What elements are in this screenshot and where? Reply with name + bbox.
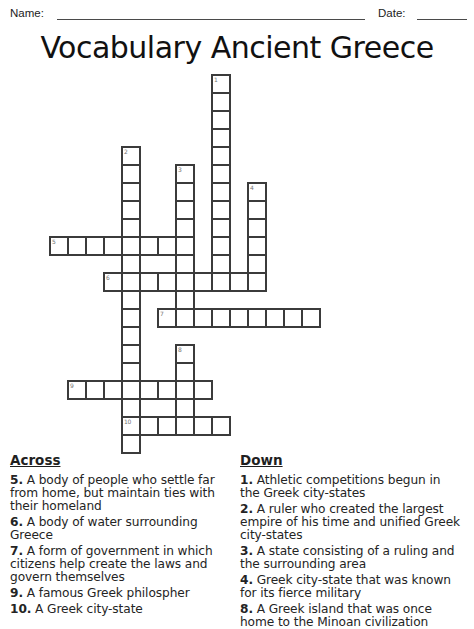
- grid-cell[interactable]: [175, 416, 195, 436]
- grid-cell[interactable]: [67, 236, 87, 256]
- grid-cell[interactable]: [175, 236, 195, 256]
- clue-number: 3.: [240, 544, 253, 558]
- clue-5: 5. A body of people who settle farfrom h…: [10, 474, 236, 513]
- grid-cell[interactable]: [121, 254, 141, 274]
- grid-cell[interactable]: 9: [67, 380, 87, 400]
- grid-cell[interactable]: [211, 254, 231, 274]
- cell-number: 1: [214, 76, 218, 83]
- grid-cell[interactable]: [121, 308, 141, 328]
- grid-cell[interactable]: 3: [175, 164, 195, 184]
- cell-number: 6: [106, 274, 110, 281]
- down-heading: Down: [240, 452, 472, 468]
- grid-cell[interactable]: [229, 308, 249, 328]
- clue-number: 2.: [240, 502, 253, 516]
- grid-cell[interactable]: [121, 182, 141, 202]
- across-clue-list: 5. A body of people who settle farfrom h…: [10, 474, 236, 616]
- across-section: Across 5. A body of people who settle fa…: [10, 452, 236, 619]
- grid-cell[interactable]: [175, 380, 195, 400]
- grid-cell[interactable]: [121, 164, 141, 184]
- grid-cell[interactable]: [121, 290, 141, 310]
- cell-number: 4: [250, 184, 254, 191]
- grid-cell[interactable]: [175, 182, 195, 202]
- grid-cell[interactable]: [211, 146, 231, 166]
- grid-cell[interactable]: [247, 308, 267, 328]
- clue-line: home to the Minoan civilization: [240, 616, 472, 629]
- grid-cell[interactable]: [211, 92, 231, 112]
- grid-cell[interactable]: [85, 236, 105, 256]
- grid-cell[interactable]: 10: [121, 416, 141, 436]
- grid-cell[interactable]: 5: [49, 236, 69, 256]
- clue-line: 9. A famous Greek philospher: [10, 587, 236, 600]
- clue-line: for its fierce military: [240, 587, 472, 600]
- grid-cell[interactable]: [229, 272, 249, 292]
- grid-cell[interactable]: [193, 308, 213, 328]
- grid-cell[interactable]: [121, 344, 141, 364]
- grid-cell[interactable]: [211, 128, 231, 148]
- grid-cell[interactable]: [157, 416, 177, 436]
- grid-cell[interactable]: [175, 290, 195, 310]
- grid-cell[interactable]: [193, 380, 213, 400]
- clue-2: 2. A ruler who created the largestempire…: [240, 503, 472, 542]
- grid-cell[interactable]: [121, 236, 141, 256]
- grid-cell[interactable]: [175, 398, 195, 418]
- grid-cell[interactable]: 4: [247, 182, 267, 202]
- clue-7: 7. A form of government in whichcitizens…: [10, 545, 236, 584]
- grid-cell[interactable]: [175, 254, 195, 274]
- grid-cell[interactable]: 7: [157, 308, 177, 328]
- grid-cell[interactable]: 1: [211, 74, 231, 94]
- down-clue-list: 1. Athletic competitions begun inthe Gre…: [240, 474, 472, 629]
- cell-number: 10: [124, 418, 131, 425]
- grid-cell[interactable]: [283, 308, 303, 328]
- cell-number: 3: [178, 166, 182, 173]
- grid-cell[interactable]: [211, 218, 231, 238]
- clue-6: 6. A body of water surroundingGreece: [10, 516, 236, 542]
- grid-cell[interactable]: [265, 308, 285, 328]
- cell-number: 2: [124, 148, 128, 155]
- clue-number: 7.: [10, 544, 23, 558]
- grid-cell[interactable]: [247, 218, 267, 238]
- grid-cell[interactable]: [175, 308, 195, 328]
- grid-cell[interactable]: [211, 110, 231, 130]
- name-blank-line[interactable]: [57, 4, 365, 20]
- clue-line: city-states: [240, 529, 472, 542]
- page-title: Vocabulary Ancient Greece: [0, 31, 474, 65]
- name-label: Name:: [10, 7, 44, 19]
- grid-cell[interactable]: [247, 200, 267, 220]
- grid-cell[interactable]: [103, 236, 123, 256]
- down-section: Down 1. Athletic competitions begun inth…: [240, 452, 472, 629]
- grid-cell[interactable]: [139, 272, 159, 292]
- grid-cell[interactable]: [121, 362, 141, 382]
- grid-cell[interactable]: [157, 380, 177, 400]
- clue-line: the Greek city-states: [240, 487, 472, 500]
- grid-cell[interactable]: [211, 182, 231, 202]
- grid-cell[interactable]: [139, 236, 159, 256]
- grid-cell[interactable]: 2: [121, 146, 141, 166]
- grid-cell[interactable]: [301, 308, 321, 328]
- clue-9: 9. A famous Greek philospher: [10, 587, 236, 600]
- cell-number: 5: [52, 238, 56, 245]
- clue-8: 8. A Greek island that was oncehome to t…: [240, 603, 472, 629]
- across-heading: Across: [10, 452, 236, 468]
- date-blank-line[interactable]: [417, 4, 467, 20]
- grid-cell[interactable]: [157, 236, 177, 256]
- crossword-grid: 12345678910: [49, 74, 321, 454]
- grid-cell[interactable]: [247, 236, 267, 256]
- grid-cell[interactable]: 6: [103, 272, 123, 292]
- grid-cell[interactable]: [211, 416, 231, 436]
- clue-number: 5.: [10, 473, 23, 487]
- grid-cell[interactable]: 8: [175, 344, 195, 364]
- clue-number: 10.: [10, 602, 31, 616]
- grid-cell[interactable]: [211, 236, 231, 256]
- grid-cell[interactable]: [139, 380, 159, 400]
- clue-3: 3. A state consisting of a ruling andthe…: [240, 545, 472, 571]
- clue-line: Greece: [10, 529, 236, 542]
- grid-cell[interactable]: [121, 200, 141, 220]
- grid-cell[interactable]: [85, 380, 105, 400]
- grid-cell[interactable]: [175, 272, 195, 292]
- clue-number: 9.: [10, 586, 23, 600]
- grid-cell[interactable]: [121, 434, 141, 454]
- grid-cell[interactable]: [211, 308, 231, 328]
- grid-cell[interactable]: [211, 164, 231, 184]
- clue-number: 4.: [240, 573, 253, 587]
- grid-cell[interactable]: [175, 200, 195, 220]
- grid-cell[interactable]: [121, 380, 141, 400]
- grid-cell[interactable]: [193, 416, 213, 436]
- grid-cell[interactable]: [247, 272, 267, 292]
- clue-line: their homeland: [10, 500, 236, 513]
- cell-number: 9: [70, 382, 74, 389]
- grid-cell[interactable]: [139, 416, 159, 436]
- date-label: Date:: [378, 7, 406, 19]
- grid-cell[interactable]: [121, 326, 141, 346]
- grid-cell[interactable]: [157, 272, 177, 292]
- clue-number: 1.: [240, 473, 253, 487]
- grid-cell[interactable]: [193, 272, 213, 292]
- worksheet-page: Name: Date: Vocabulary Ancient Greece 12…: [0, 0, 474, 629]
- grid-cell[interactable]: [121, 272, 141, 292]
- grid-cell[interactable]: [121, 398, 141, 418]
- grid-cell[interactable]: [247, 254, 267, 274]
- grid-cell[interactable]: [121, 218, 141, 238]
- clue-10: 10. A Greek city-state: [10, 603, 236, 616]
- grid-cell[interactable]: [175, 362, 195, 382]
- cell-number: 8: [178, 346, 182, 353]
- clue-1: 1. Athletic competitions begun inthe Gre…: [240, 474, 472, 500]
- clue-line: 10. A Greek city-state: [10, 603, 236, 616]
- clue-line: the surrounding area: [240, 558, 472, 571]
- grid-cell[interactable]: [103, 380, 123, 400]
- grid-cell[interactable]: [211, 200, 231, 220]
- cell-number: 7: [160, 310, 164, 317]
- clue-number: 6.: [10, 515, 23, 529]
- clue-4: 4. Greek city-state that was knownfor it…: [240, 574, 472, 600]
- grid-cell[interactable]: [211, 272, 231, 292]
- clue-line: govern themselves: [10, 571, 236, 584]
- grid-cell[interactable]: [175, 218, 195, 238]
- clue-number: 8.: [240, 602, 253, 616]
